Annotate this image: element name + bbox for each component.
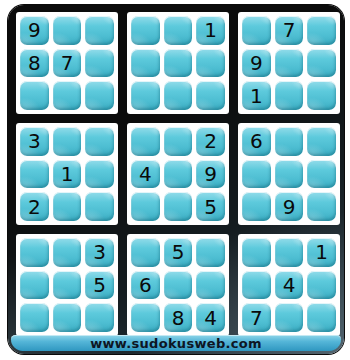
cell-r4c1[interactable]: 3 — [20, 127, 49, 156]
cell-r8c3[interactable]: 5 — [85, 271, 114, 300]
box-1: 987 — [16, 12, 118, 114]
cell-r7c1[interactable] — [20, 238, 49, 267]
cell-r8c2[interactable] — [53, 271, 82, 300]
cell-r4c8[interactable] — [275, 127, 304, 156]
cell-r4c5[interactable] — [164, 127, 193, 156]
cell-r6c1[interactable]: 2 — [20, 192, 49, 221]
cell-r1c2[interactable] — [53, 16, 82, 45]
cell-r1c9[interactable] — [307, 16, 336, 45]
cell-r9c4[interactable] — [131, 303, 160, 332]
sudoku-board-frame: 9871791312249569355684147 www.sudokusweb… — [8, 5, 344, 354]
cell-r6c7[interactable] — [242, 192, 271, 221]
cell-r9c3[interactable] — [85, 303, 114, 332]
cell-r5c9[interactable] — [307, 160, 336, 189]
cell-r2c9[interactable] — [307, 49, 336, 78]
cell-r9c5[interactable]: 8 — [164, 303, 193, 332]
site-url: www.sudokusweb.com — [90, 336, 262, 351]
box-7: 35 — [16, 234, 118, 336]
box-3: 791 — [238, 12, 340, 114]
cell-r9c1[interactable] — [20, 303, 49, 332]
cell-r7c5[interactable]: 5 — [164, 238, 193, 267]
cell-r3c1[interactable] — [20, 81, 49, 110]
cell-r7c3[interactable]: 3 — [85, 238, 114, 267]
cell-r2c2[interactable]: 7 — [53, 49, 82, 78]
cell-r8c5[interactable] — [164, 271, 193, 300]
cell-r6c2[interactable] — [53, 192, 82, 221]
cell-r8c1[interactable] — [20, 271, 49, 300]
cell-r2c6[interactable] — [196, 49, 225, 78]
box-9: 147 — [238, 234, 340, 336]
cell-r1c7[interactable] — [242, 16, 271, 45]
box-5: 2495 — [127, 123, 229, 225]
footer-band: www.sudokusweb.com — [11, 335, 341, 351]
cell-r1c8[interactable]: 7 — [275, 16, 304, 45]
cell-r9c6[interactable]: 4 — [196, 303, 225, 332]
cell-r2c1[interactable]: 8 — [20, 49, 49, 78]
cell-r1c6[interactable]: 1 — [196, 16, 225, 45]
cell-r3c6[interactable] — [196, 81, 225, 110]
cell-r8c6[interactable] — [196, 271, 225, 300]
cell-r3c9[interactable] — [307, 81, 336, 110]
cell-r5c4[interactable]: 4 — [131, 160, 160, 189]
cell-r8c4[interactable]: 6 — [131, 271, 160, 300]
cell-r2c7[interactable]: 9 — [242, 49, 271, 78]
cell-r1c4[interactable] — [131, 16, 160, 45]
box-6: 69 — [238, 123, 340, 225]
cell-r5c1[interactable] — [20, 160, 49, 189]
cell-r7c9[interactable]: 1 — [307, 238, 336, 267]
cell-r7c2[interactable] — [53, 238, 82, 267]
cell-r7c7[interactable] — [242, 238, 271, 267]
page: 9871791312249569355684147 www.sudokusweb… — [0, 0, 350, 360]
cell-r8c8[interactable]: 4 — [275, 271, 304, 300]
cell-r6c4[interactable] — [131, 192, 160, 221]
cell-r6c9[interactable] — [307, 192, 336, 221]
cell-r5c3[interactable] — [85, 160, 114, 189]
cell-r3c3[interactable] — [85, 81, 114, 110]
cell-r7c6[interactable] — [196, 238, 225, 267]
cell-r9c2[interactable] — [53, 303, 82, 332]
cell-r2c4[interactable] — [131, 49, 160, 78]
box-4: 312 — [16, 123, 118, 225]
cell-r1c3[interactable] — [85, 16, 114, 45]
cell-r2c3[interactable] — [85, 49, 114, 78]
cell-r8c9[interactable] — [307, 271, 336, 300]
cell-r5c7[interactable] — [242, 160, 271, 189]
cell-r6c6[interactable]: 5 — [196, 192, 225, 221]
cell-r3c8[interactable] — [275, 81, 304, 110]
cell-r5c8[interactable] — [275, 160, 304, 189]
cell-r6c5[interactable] — [164, 192, 193, 221]
cell-r5c2[interactable]: 1 — [53, 160, 82, 189]
cell-r2c8[interactable] — [275, 49, 304, 78]
cell-r4c2[interactable] — [53, 127, 82, 156]
cell-r6c8[interactable]: 9 — [275, 192, 304, 221]
cell-r6c3[interactable] — [85, 192, 114, 221]
box-8: 5684 — [127, 234, 229, 336]
cell-r3c5[interactable] — [164, 81, 193, 110]
box-2: 1 — [127, 12, 229, 114]
cell-r7c8[interactable] — [275, 238, 304, 267]
cell-r1c1[interactable]: 9 — [20, 16, 49, 45]
cell-r9c8[interactable] — [275, 303, 304, 332]
cell-r3c7[interactable]: 1 — [242, 81, 271, 110]
cell-r4c3[interactable] — [85, 127, 114, 156]
cell-r4c4[interactable] — [131, 127, 160, 156]
cell-r5c5[interactable] — [164, 160, 193, 189]
cell-r4c9[interactable] — [307, 127, 336, 156]
cell-r1c5[interactable] — [164, 16, 193, 45]
cell-r9c9[interactable] — [307, 303, 336, 332]
cell-r7c4[interactable] — [131, 238, 160, 267]
cell-r9c7[interactable]: 7 — [242, 303, 271, 332]
cell-r8c7[interactable] — [242, 271, 271, 300]
cell-r2c5[interactable] — [164, 49, 193, 78]
cell-r3c2[interactable] — [53, 81, 82, 110]
sudoku-grid: 9871791312249569355684147 — [16, 12, 340, 336]
cell-r5c6[interactable]: 9 — [196, 160, 225, 189]
cell-r4c6[interactable]: 2 — [196, 127, 225, 156]
cell-r3c4[interactable] — [131, 81, 160, 110]
cell-r4c7[interactable]: 6 — [242, 127, 271, 156]
